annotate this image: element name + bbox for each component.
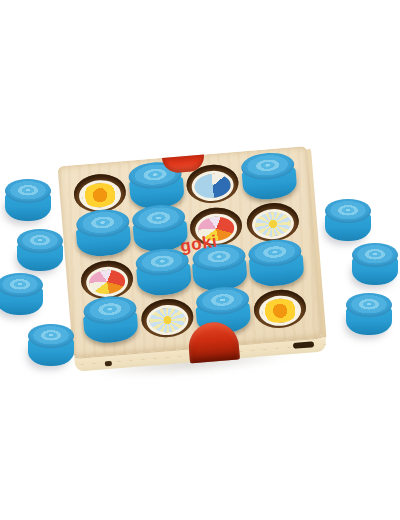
board-joint-slot xyxy=(293,341,314,349)
blue-piece[interactable] xyxy=(5,179,51,221)
blue-piece[interactable] xyxy=(0,273,43,315)
board-joint-slot xyxy=(105,361,112,367)
blue-piece[interactable] xyxy=(28,324,74,366)
board-cell-r3c0 xyxy=(81,299,141,347)
piece-top xyxy=(352,243,397,267)
blue-piece[interactable] xyxy=(240,151,298,201)
blue-piece[interactable] xyxy=(346,293,392,335)
board-cell-r2c3 xyxy=(246,242,306,290)
piece-top xyxy=(5,179,50,203)
board-cell-r3c3 xyxy=(250,285,310,333)
board-face: goki xyxy=(58,146,323,358)
piece-top xyxy=(325,199,370,223)
board-cell-r0c3 xyxy=(239,155,299,203)
product-photo-stage: goki xyxy=(0,0,400,520)
blue-piece[interactable] xyxy=(247,237,305,287)
blue-piece[interactable] xyxy=(17,229,63,271)
board-cell-r3c1 xyxy=(137,294,197,342)
blue-piece[interactable] xyxy=(75,208,133,258)
blue-piece[interactable] xyxy=(325,199,371,241)
board-cell-r1c0 xyxy=(74,212,134,260)
board-cell-r2c1 xyxy=(134,251,194,299)
piece-top xyxy=(346,293,391,317)
piece-top xyxy=(17,229,62,253)
blue-piece[interactable] xyxy=(82,295,140,345)
memory-board: goki xyxy=(58,146,323,358)
piece-top xyxy=(28,324,73,348)
blue-piece[interactable] xyxy=(352,243,398,285)
